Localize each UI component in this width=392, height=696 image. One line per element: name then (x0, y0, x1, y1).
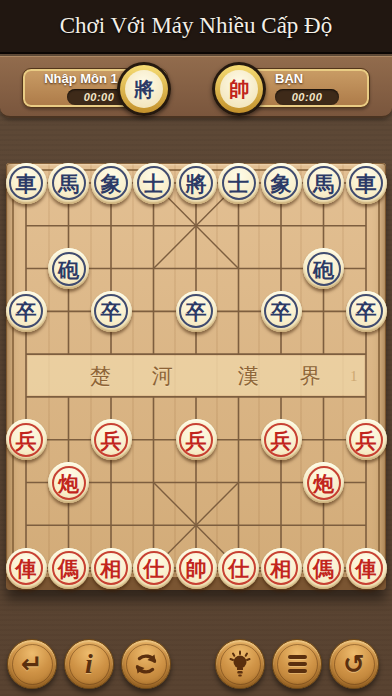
piece-red-相[interactable]: 相 (91, 548, 132, 589)
piece-red-傌[interactable]: 傌 (303, 548, 344, 589)
piece-red-兵[interactable]: 兵 (91, 419, 132, 460)
piece-black-卒[interactable]: 卒 (176, 291, 217, 332)
piece-black-象[interactable]: 象 (261, 163, 302, 204)
piece-black-車[interactable]: 車 (346, 163, 387, 204)
bottom-toolbar: ↵ i (0, 632, 392, 696)
pieces-layer: 車馬象士將士象馬車砲砲卒卒卒卒卒兵兵兵兵兵炮炮俥傌相仕帥仕相傌俥 (5, 162, 388, 590)
hint-lightbulb-icon (226, 650, 254, 678)
info-icon: i (85, 650, 93, 678)
piece-red-仕[interactable]: 仕 (133, 548, 174, 589)
piece-black-士[interactable]: 士 (218, 163, 259, 204)
undo-icon: ↵ (21, 651, 43, 677)
piece-black-馬[interactable]: 馬 (303, 163, 344, 204)
page-title: Chơi Với Máy Nhiều Cấp Độ (60, 13, 332, 39)
piece-red-俥[interactable]: 俥 (346, 548, 387, 589)
piece-black-將[interactable]: 將 (176, 163, 217, 204)
reset-button[interactable]: ↺ (329, 639, 379, 689)
player-name: BẠN (275, 71, 303, 86)
piece-red-帥[interactable]: 帥 (176, 548, 217, 589)
piece-red-相[interactable]: 相 (261, 548, 302, 589)
piece-red-俥[interactable]: 俥 (6, 548, 47, 589)
xiangqi-board[interactable]: 楚 河 漢 界 1 車馬象士將士象馬車砲砲卒卒卒卒卒兵兵兵兵兵炮炮俥傌相仕帥仕相… (6, 163, 386, 590)
menu-button[interactable] (272, 639, 322, 689)
piece-red-兵[interactable]: 兵 (346, 419, 387, 460)
piece-black-車[interactable]: 車 (6, 163, 47, 204)
piece-red-炮[interactable]: 炮 (303, 462, 344, 503)
piece-black-馬[interactable]: 馬 (48, 163, 89, 204)
piece-black-象[interactable]: 象 (91, 163, 132, 204)
piece-black-士[interactable]: 士 (133, 163, 174, 204)
opponent-avatar-ring: 將 (120, 65, 168, 113)
player-avatar: 帥 (212, 62, 266, 116)
piece-black-卒[interactable]: 卒 (261, 291, 302, 332)
piece-black-卒[interactable]: 卒 (6, 291, 47, 332)
opponent-avatar: 將 (117, 62, 171, 116)
piece-red-兵[interactable]: 兵 (261, 419, 302, 460)
restart-button[interactable] (121, 639, 171, 689)
piece-red-兵[interactable]: 兵 (6, 419, 47, 460)
piece-red-仕[interactable]: 仕 (218, 548, 259, 589)
title-bar: Chơi Với Máy Nhiều Cấp Độ (0, 0, 392, 54)
piece-black-卒[interactable]: 卒 (346, 291, 387, 332)
info-button[interactable]: i (64, 639, 114, 689)
piece-black-砲[interactable]: 砲 (303, 248, 344, 289)
restart-icon (132, 650, 160, 678)
black-general-icon: 將 (125, 70, 163, 108)
piece-red-兵[interactable]: 兵 (176, 419, 217, 460)
undo-button[interactable]: ↵ (7, 639, 57, 689)
app-screen: Chơi Với Máy Nhiều Cấp Độ Nhập Môn 1 00:… (0, 0, 392, 696)
menu-bars-icon (288, 652, 307, 676)
player-bar: Nhập Môn 1 00:00 BẠN 00:00 (0, 56, 392, 118)
player-avatar-ring: 帥 (215, 65, 263, 113)
hint-button[interactable] (215, 639, 265, 689)
player-timer: 00:00 (275, 89, 339, 105)
reset-rotate-icon: ↺ (343, 651, 365, 677)
piece-black-卒[interactable]: 卒 (91, 291, 132, 332)
red-general-icon: 帥 (220, 70, 258, 108)
piece-red-傌[interactable]: 傌 (48, 548, 89, 589)
piece-red-炮[interactable]: 炮 (48, 462, 89, 503)
piece-black-砲[interactable]: 砲 (48, 248, 89, 289)
